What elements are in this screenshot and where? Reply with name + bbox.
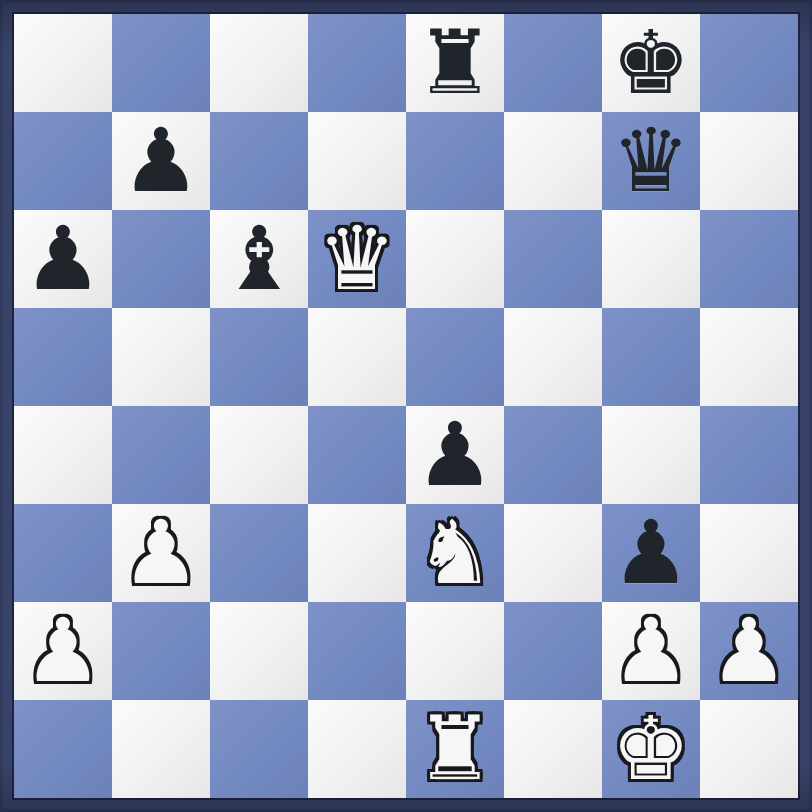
square-d2[interactable] [308, 602, 406, 700]
square-g1[interactable]: ♚ [602, 700, 700, 798]
square-f7[interactable] [504, 112, 602, 210]
square-d3[interactable] [308, 504, 406, 602]
square-f1[interactable] [504, 700, 602, 798]
black-pawn[interactable]: ♟ [416, 406, 495, 504]
board-frame: ♜♚♟♛♟♝♛♟♟♞♟♟♟♟♜♚ [0, 0, 812, 812]
square-a4[interactable] [14, 406, 112, 504]
square-b8[interactable] [112, 14, 210, 112]
square-e1[interactable]: ♜ [406, 700, 504, 798]
square-c4[interactable] [210, 406, 308, 504]
square-b3[interactable]: ♟ [112, 504, 210, 602]
square-d5[interactable] [308, 308, 406, 406]
square-h3[interactable] [700, 504, 798, 602]
square-a8[interactable] [14, 14, 112, 112]
square-a1[interactable] [14, 700, 112, 798]
square-e6[interactable] [406, 210, 504, 308]
square-c7[interactable] [210, 112, 308, 210]
white-rook[interactable]: ♜ [416, 700, 495, 798]
square-g6[interactable] [602, 210, 700, 308]
square-e4[interactable]: ♟ [406, 406, 504, 504]
black-queen[interactable]: ♛ [612, 112, 691, 210]
black-king[interactable]: ♚ [612, 14, 691, 112]
square-a2[interactable]: ♟ [14, 602, 112, 700]
square-d8[interactable] [308, 14, 406, 112]
white-queen[interactable]: ♛ [318, 210, 397, 308]
black-pawn[interactable]: ♟ [24, 210, 103, 308]
square-b7[interactable]: ♟ [112, 112, 210, 210]
square-g8[interactable]: ♚ [602, 14, 700, 112]
square-d4[interactable] [308, 406, 406, 504]
square-c5[interactable] [210, 308, 308, 406]
square-c2[interactable] [210, 602, 308, 700]
square-h5[interactable] [700, 308, 798, 406]
square-f4[interactable] [504, 406, 602, 504]
square-d7[interactable] [308, 112, 406, 210]
square-f8[interactable] [504, 14, 602, 112]
square-h8[interactable] [700, 14, 798, 112]
square-c3[interactable] [210, 504, 308, 602]
black-pawn[interactable]: ♟ [122, 112, 201, 210]
square-e3[interactable]: ♞ [406, 504, 504, 602]
square-c1[interactable] [210, 700, 308, 798]
square-g7[interactable]: ♛ [602, 112, 700, 210]
chess-board: ♜♚♟♛♟♝♛♟♟♞♟♟♟♟♜♚ [14, 14, 798, 798]
white-pawn[interactable]: ♟ [122, 504, 201, 602]
square-a5[interactable] [14, 308, 112, 406]
square-c6[interactable]: ♝ [210, 210, 308, 308]
square-h2[interactable]: ♟ [700, 602, 798, 700]
square-a6[interactable]: ♟ [14, 210, 112, 308]
white-pawn[interactable]: ♟ [612, 602, 691, 700]
white-king[interactable]: ♚ [612, 700, 691, 798]
square-h6[interactable] [700, 210, 798, 308]
square-e5[interactable] [406, 308, 504, 406]
black-pawn[interactable]: ♟ [612, 504, 691, 602]
square-b1[interactable] [112, 700, 210, 798]
square-f3[interactable] [504, 504, 602, 602]
square-g3[interactable]: ♟ [602, 504, 700, 602]
square-g4[interactable] [602, 406, 700, 504]
square-b4[interactable] [112, 406, 210, 504]
square-h1[interactable] [700, 700, 798, 798]
square-b6[interactable] [112, 210, 210, 308]
square-d1[interactable] [308, 700, 406, 798]
square-b5[interactable] [112, 308, 210, 406]
square-e8[interactable]: ♜ [406, 14, 504, 112]
square-a3[interactable] [14, 504, 112, 602]
white-pawn[interactable]: ♟ [710, 602, 789, 700]
square-f6[interactable] [504, 210, 602, 308]
square-a7[interactable] [14, 112, 112, 210]
square-h7[interactable] [700, 112, 798, 210]
square-g2[interactable]: ♟ [602, 602, 700, 700]
square-g5[interactable] [602, 308, 700, 406]
square-f2[interactable] [504, 602, 602, 700]
square-e7[interactable] [406, 112, 504, 210]
square-e2[interactable] [406, 602, 504, 700]
square-d6[interactable]: ♛ [308, 210, 406, 308]
white-pawn[interactable]: ♟ [24, 602, 103, 700]
black-rook[interactable]: ♜ [416, 14, 495, 112]
square-c8[interactable] [210, 14, 308, 112]
square-f5[interactable] [504, 308, 602, 406]
square-b2[interactable] [112, 602, 210, 700]
square-h4[interactable] [700, 406, 798, 504]
white-knight[interactable]: ♞ [416, 504, 495, 602]
black-bishop[interactable]: ♝ [220, 210, 299, 308]
